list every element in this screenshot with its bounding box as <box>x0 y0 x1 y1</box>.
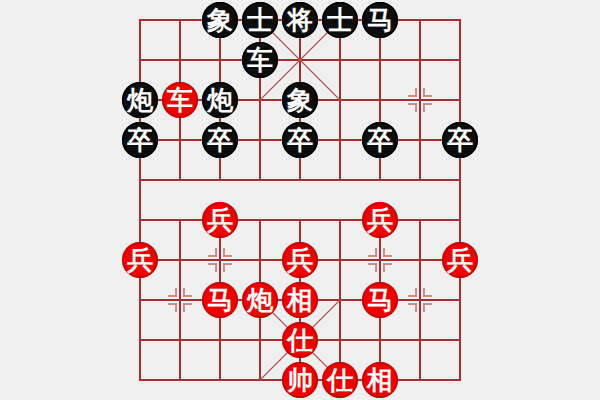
piece-red-horse[interactable]: 马 <box>362 282 398 318</box>
piece-black-soldier[interactable]: 卒 <box>122 122 158 158</box>
piece-red-horse[interactable]: 马 <box>202 282 238 318</box>
piece-red-elephant[interactable]: 相 <box>362 362 398 398</box>
piece-red-soldier[interactable]: 兵 <box>282 242 318 278</box>
piece-black-elephant[interactable]: 象 <box>282 82 318 118</box>
piece-red-soldier[interactable]: 兵 <box>362 202 398 238</box>
piece-black-cannon[interactable]: 炮 <box>202 82 238 118</box>
piece-black-soldier[interactable]: 卒 <box>362 122 398 158</box>
piece-red-soldier[interactable]: 兵 <box>202 202 238 238</box>
piece-red-chariot[interactable]: 车 <box>162 82 198 118</box>
piece-red-soldier[interactable]: 兵 <box>122 242 158 278</box>
piece-red-general[interactable]: 帅 <box>282 362 318 398</box>
piece-red-advisor[interactable]: 仕 <box>282 322 318 358</box>
piece-black-advisor[interactable]: 士 <box>322 2 358 38</box>
piece-red-cannon[interactable]: 炮 <box>242 282 278 318</box>
piece-black-horse[interactable]: 马 <box>362 2 398 38</box>
piece-black-cannon[interactable]: 炮 <box>122 82 158 118</box>
piece-black-advisor[interactable]: 士 <box>242 2 278 38</box>
xiangqi-board[interactable]: 象士将士马车炮车炮象卒卒卒卒卒兵兵兵兵兵马炮相马仕帅仕相 <box>0 0 600 400</box>
piece-black-soldier[interactable]: 卒 <box>442 122 478 158</box>
piece-red-elephant[interactable]: 相 <box>282 282 318 318</box>
piece-black-elephant[interactable]: 象 <box>202 2 238 38</box>
piece-red-soldier[interactable]: 兵 <box>442 242 478 278</box>
piece-black-soldier[interactable]: 卒 <box>282 122 318 158</box>
piece-black-soldier[interactable]: 卒 <box>202 122 238 158</box>
piece-black-chariot[interactable]: 车 <box>242 42 278 78</box>
piece-red-advisor[interactable]: 仕 <box>322 362 358 398</box>
piece-black-general[interactable]: 将 <box>282 2 318 38</box>
